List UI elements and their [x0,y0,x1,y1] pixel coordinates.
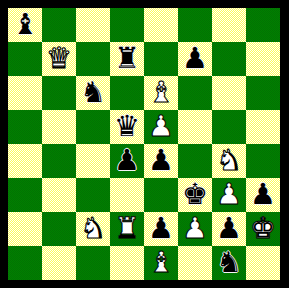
square-d3[interactable] [110,178,144,212]
piece-white-rook[interactable]: ♜ [114,212,140,245]
board-frame: ♝♛♜♟♞♝♛♟♟♟♞♚♟♟♞♜♟♟♟♚♝♞ [0,0,289,288]
square-d8[interactable] [110,8,144,42]
piece-black-pawn[interactable]: ♟ [182,42,208,75]
piece-black-king[interactable]: ♚ [182,178,208,211]
square-a3[interactable] [8,178,42,212]
square-c1[interactable] [76,246,110,280]
square-a5[interactable] [8,110,42,144]
square-d1[interactable] [110,246,144,280]
square-a8[interactable]: ♝ [8,8,42,42]
square-b7[interactable]: ♛ [42,42,76,76]
piece-white-pawn[interactable]: ♟ [216,178,242,211]
piece-white-knight[interactable]: ♞ [216,144,242,177]
square-c5[interactable] [76,110,110,144]
piece-white-knight[interactable]: ♞ [80,212,106,245]
piece-black-knight[interactable]: ♞ [216,246,242,279]
piece-black-queen[interactable]: ♛ [114,110,140,143]
piece-white-queen[interactable]: ♛ [46,42,72,75]
square-c4[interactable] [76,144,110,178]
square-h1[interactable] [246,246,280,280]
square-c8[interactable] [76,8,110,42]
square-a6[interactable] [8,76,42,110]
square-b4[interactable] [42,144,76,178]
square-g7[interactable] [212,42,246,76]
piece-black-pawn[interactable]: ♟ [148,144,174,177]
square-g8[interactable] [212,8,246,42]
square-b8[interactable] [42,8,76,42]
square-h5[interactable] [246,110,280,144]
square-h8[interactable] [246,8,280,42]
square-d7[interactable]: ♜ [110,42,144,76]
square-e5[interactable]: ♟ [144,110,178,144]
square-g2[interactable]: ♟ [212,212,246,246]
square-g1[interactable]: ♞ [212,246,246,280]
square-f7[interactable]: ♟ [178,42,212,76]
square-b5[interactable] [42,110,76,144]
piece-black-rook[interactable]: ♜ [114,42,140,75]
square-b1[interactable] [42,246,76,280]
square-a7[interactable] [8,42,42,76]
square-e3[interactable] [144,178,178,212]
piece-black-pawn[interactable]: ♟ [114,144,140,177]
piece-white-pawn[interactable]: ♟ [148,110,174,143]
square-f4[interactable] [178,144,212,178]
square-a2[interactable] [8,212,42,246]
piece-white-bishop[interactable]: ♝ [148,246,174,279]
square-f1[interactable] [178,246,212,280]
square-e1[interactable]: ♝ [144,246,178,280]
square-c2[interactable]: ♞ [76,212,110,246]
square-b6[interactable] [42,76,76,110]
square-f3[interactable]: ♚ [178,178,212,212]
square-c7[interactable] [76,42,110,76]
piece-white-pawn[interactable]: ♟ [182,212,208,245]
square-e8[interactable] [144,8,178,42]
square-f6[interactable] [178,76,212,110]
square-b3[interactable] [42,178,76,212]
square-a1[interactable] [8,246,42,280]
square-b2[interactable] [42,212,76,246]
piece-white-bishop[interactable]: ♝ [148,76,174,109]
square-g6[interactable] [212,76,246,110]
square-h2[interactable]: ♚ [246,212,280,246]
square-g5[interactable] [212,110,246,144]
square-h4[interactable] [246,144,280,178]
square-h3[interactable]: ♟ [246,178,280,212]
square-f8[interactable] [178,8,212,42]
square-c6[interactable]: ♞ [76,76,110,110]
square-e2[interactable]: ♟ [144,212,178,246]
piece-white-king[interactable]: ♚ [250,212,276,245]
square-d5[interactable]: ♛ [110,110,144,144]
piece-black-pawn[interactable]: ♟ [250,178,276,211]
square-d4[interactable]: ♟ [110,144,144,178]
square-h7[interactable] [246,42,280,76]
square-g4[interactable]: ♞ [212,144,246,178]
square-d6[interactable] [110,76,144,110]
square-a4[interactable] [8,144,42,178]
square-e7[interactable] [144,42,178,76]
square-h6[interactable] [246,76,280,110]
square-f2[interactable]: ♟ [178,212,212,246]
piece-black-pawn[interactable]: ♟ [148,212,174,245]
piece-black-pawn[interactable]: ♟ [216,212,242,245]
piece-black-knight[interactable]: ♞ [80,76,106,109]
square-c3[interactable] [76,178,110,212]
square-d2[interactable]: ♜ [110,212,144,246]
chess-board[interactable]: ♝♛♜♟♞♝♛♟♟♟♞♚♟♟♞♜♟♟♟♚♝♞ [8,8,280,280]
square-e4[interactable]: ♟ [144,144,178,178]
square-g3[interactable]: ♟ [212,178,246,212]
piece-black-bishop[interactable]: ♝ [12,8,38,41]
square-e6[interactable]: ♝ [144,76,178,110]
square-f5[interactable] [178,110,212,144]
